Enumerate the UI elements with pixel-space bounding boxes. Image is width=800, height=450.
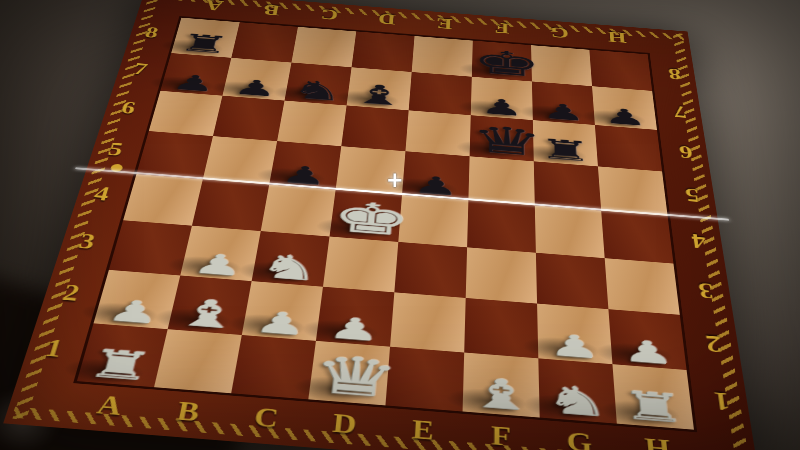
square-d6[interactable]	[341, 105, 408, 151]
square-g4[interactable]	[535, 205, 605, 258]
square-f3[interactable]	[466, 247, 537, 303]
square-b1[interactable]	[154, 329, 242, 393]
file-label-bottom-h: H	[617, 430, 698, 450]
rank-label-right-8: 8	[660, 64, 690, 84]
square-h4[interactable]	[601, 211, 673, 264]
square-e1[interactable]	[385, 347, 464, 412]
piece-black-bishop-d7[interactable]: ♝	[347, 79, 411, 110]
square-a6[interactable]	[149, 91, 223, 136]
square-f2[interactable]	[464, 298, 538, 358]
square-h6[interactable]	[595, 125, 662, 171]
square-d8[interactable]	[352, 31, 415, 72]
square-a5[interactable]	[136, 131, 213, 179]
square-b8[interactable]	[231, 22, 298, 62]
square-h2[interactable]	[608, 309, 686, 370]
square-h3[interactable]	[605, 258, 680, 315]
square-f1[interactable]	[463, 353, 540, 418]
square-b6[interactable]	[213, 96, 285, 141]
square-h5[interactable]	[598, 166, 668, 216]
file-label-top-b: B	[241, 0, 302, 20]
cursor-crosshair: +	[386, 168, 404, 192]
chess-board-frame: AABBCCDDEEFFGGHH1122334455667788 ♜♚♟♟♞♝♟…	[3, 0, 760, 450]
square-g5[interactable]	[534, 161, 601, 210]
file-label-top-f: F	[473, 17, 531, 38]
square-f4[interactable]	[467, 200, 536, 253]
square-c1[interactable]	[231, 335, 316, 399]
square-h8[interactable]	[589, 50, 652, 91]
file-label-top-g: G	[531, 22, 589, 43]
square-a4[interactable]	[123, 174, 203, 226]
square-e2[interactable]	[390, 292, 466, 352]
file-label-top-d: D	[357, 8, 416, 29]
square-b4[interactable]	[192, 179, 269, 231]
square-a1[interactable]	[77, 323, 168, 387]
rank-label-right-5: 5	[676, 183, 709, 207]
rank-label-left-8: 8	[135, 23, 168, 42]
square-c3[interactable]	[252, 231, 330, 287]
square-c4[interactable]	[261, 185, 336, 237]
game-window: AABBCCDDEEFFGGHH1122334455667788 ♜♚♟♟♞♝♟…	[0, 0, 800, 450]
file-label-bottom-g: G	[540, 424, 620, 450]
piece-black-rook-g6[interactable]: ♜	[533, 134, 598, 166]
square-f5[interactable]	[468, 156, 534, 205]
file-label-top-e: E	[415, 13, 473, 34]
piece-black-queen-f6[interactable]: ♛	[470, 120, 534, 162]
square-a2[interactable]	[94, 270, 181, 329]
square-g2[interactable]	[537, 304, 612, 365]
square-c6[interactable]	[277, 101, 346, 147]
square-d3[interactable]	[323, 236, 398, 292]
piece-black-king-f8[interactable]: ♚	[472, 45, 532, 82]
file-label-top-c: C	[299, 4, 359, 25]
square-e3[interactable]	[394, 242, 467, 298]
rank-label-right-6: 6	[670, 141, 702, 164]
file-label-top-h: H	[588, 26, 647, 47]
square-d2[interactable]	[316, 287, 394, 347]
square-b3[interactable]	[180, 226, 260, 281]
rank-label-left-5: 5	[97, 138, 133, 161]
piece-black-knight-c7[interactable]: ♞	[285, 76, 350, 106]
square-a3[interactable]	[109, 220, 192, 275]
rank-label-left-7: 7	[123, 59, 157, 80]
rank-label-left-6: 6	[111, 97, 146, 119]
square-g3[interactable]	[536, 253, 609, 309]
file-label-top-a: A	[183, 0, 245, 16]
square-g1[interactable]	[538, 358, 616, 423]
square-c8[interactable]	[291, 27, 356, 67]
piece-black-rook-a8[interactable]: ♜	[171, 30, 237, 58]
square-c2[interactable]	[242, 281, 323, 341]
square-b2[interactable]	[168, 275, 252, 335]
square-d1[interactable]	[308, 341, 390, 406]
rank-label-right-7: 7	[665, 101, 696, 122]
square-h1[interactable]	[612, 364, 693, 430]
